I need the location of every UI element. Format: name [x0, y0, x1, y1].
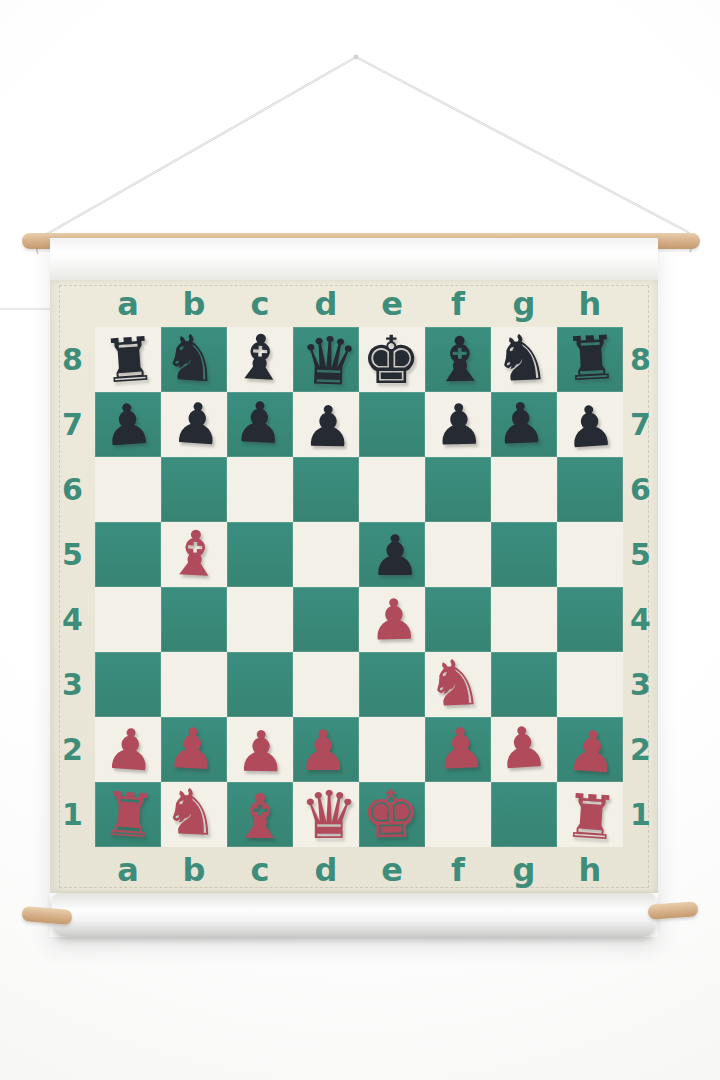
square-g3[interactable] [491, 652, 557, 717]
red-pawn-a2[interactable]: ♟ [95, 715, 165, 784]
square-c5[interactable] [227, 522, 293, 587]
file-label-bottom-h: h [557, 847, 623, 893]
black-knight-g8[interactable]: ♞ [488, 325, 556, 392]
square-h3[interactable] [557, 652, 623, 717]
file-label-top-d: d [293, 280, 359, 327]
red-pawn-c2[interactable]: ♟ [227, 718, 294, 784]
rank-label-right-4: 4 [623, 587, 658, 652]
red-pawn-e4[interactable]: ♟ [360, 586, 427, 652]
board-face: abcdefgh abcdefgh 87654321 87654321 ♜♞♝♛… [50, 280, 658, 893]
file-label-top-h: h [557, 280, 623, 327]
rank-label-right-3: 3 [623, 652, 658, 717]
file-label-bottom-g: g [491, 847, 557, 893]
square-g1[interactable] [491, 782, 557, 847]
black-pawn-c7[interactable]: ♟ [224, 388, 293, 456]
red-rook-h1[interactable]: ♜ [556, 782, 626, 851]
rank-label-right-7: 7 [623, 392, 658, 457]
square-a3[interactable] [95, 652, 161, 717]
red-bishop-b5[interactable]: ♝ [160, 519, 229, 587]
file-label-bottom-e: e [359, 847, 425, 893]
square-e6[interactable] [359, 457, 425, 522]
black-pawn-a7[interactable]: ♟ [93, 390, 163, 459]
square-c3[interactable] [227, 652, 293, 717]
red-pawn-g2[interactable]: ♟ [488, 713, 558, 782]
black-bishop-c8[interactable]: ♝ [225, 323, 294, 391]
rank-label-left-5: 5 [50, 522, 95, 587]
file-label-bottom-f: f [425, 847, 491, 893]
red-queen-d1[interactable]: ♛ [296, 783, 362, 848]
black-pawn-e5[interactable]: ♟ [362, 523, 428, 588]
red-pawn-b2[interactable]: ♟ [157, 714, 226, 782]
square-e3[interactable] [359, 652, 425, 717]
file-label-top-g: g [491, 280, 557, 327]
square-c4[interactable] [227, 587, 293, 652]
square-g6[interactable] [491, 457, 557, 522]
rank-label-left-1: 1 [50, 782, 95, 847]
square-h4[interactable] [557, 587, 623, 652]
square-b3[interactable] [161, 652, 227, 717]
square-e2[interactable] [359, 717, 425, 782]
black-pawn-f7[interactable]: ♟ [425, 391, 492, 457]
bottom-dowel-left-tip [21, 906, 72, 925]
red-pawn-h2[interactable]: ♟ [557, 717, 627, 786]
rank-label-right-6: 6 [623, 457, 658, 522]
square-g4[interactable] [491, 587, 557, 652]
black-pawn-d7[interactable]: ♟ [294, 393, 361, 459]
red-knight-f3[interactable]: ♞ [421, 650, 489, 717]
rank-label-right-5: 5 [623, 522, 658, 587]
demo-board-banner: abcdefgh abcdefgh 87654321 87654321 ♜♞♝♛… [50, 238, 658, 937]
black-knight-b8[interactable]: ♞ [156, 324, 226, 393]
rank-label-right-8: 8 [623, 327, 658, 392]
banner-top-sleeve [50, 238, 658, 281]
wall-seam-line [0, 308, 52, 310]
file-label-bottom-c: c [227, 847, 293, 893]
file-label-bottom-a: a [95, 847, 161, 893]
square-f6[interactable] [425, 457, 491, 522]
file-label-bottom-d: d [293, 847, 359, 893]
file-label-top-f: f [425, 280, 491, 327]
red-pawn-d2[interactable]: ♟ [290, 718, 356, 783]
square-a4[interactable] [95, 587, 161, 652]
wall-background: abcdefgh abcdefgh 87654321 87654321 ♜♞♝♛… [0, 0, 720, 1080]
square-h5[interactable] [557, 522, 623, 587]
file-labels-bottom: abcdefgh [95, 847, 623, 893]
square-d6[interactable] [293, 457, 359, 522]
red-pawn-f2[interactable]: ♟ [427, 715, 495, 782]
rank-labels-right: 87654321 [623, 327, 658, 847]
square-d3[interactable] [293, 652, 359, 717]
rank-label-left-2: 2 [50, 717, 95, 782]
rank-label-left-6: 6 [50, 457, 95, 522]
square-b6[interactable] [161, 457, 227, 522]
red-bishop-c1[interactable]: ♝ [226, 783, 293, 849]
bottom-dowel-right-tip [648, 901, 699, 919]
black-rook-h8[interactable]: ♜ [556, 323, 625, 391]
square-h6[interactable] [557, 457, 623, 522]
black-bishop-f8[interactable]: ♝ [426, 326, 493, 392]
red-king-e1[interactable]: ♚ [357, 781, 424, 847]
rank-label-left-4: 4 [50, 587, 95, 652]
square-a5[interactable] [95, 522, 161, 587]
banner-bottom-roll [52, 893, 656, 937]
black-king-e8[interactable]: ♚ [358, 328, 424, 393]
square-a6[interactable] [95, 457, 161, 522]
red-rook-a1[interactable]: ♜ [94, 780, 164, 849]
square-f5[interactable] [425, 522, 491, 587]
black-pawn-h7[interactable]: ♟ [555, 392, 625, 461]
square-d4[interactable] [293, 587, 359, 652]
black-rook-a8[interactable]: ♜ [94, 325, 164, 394]
rank-label-left-7: 7 [50, 392, 95, 457]
file-label-bottom-b: b [161, 847, 227, 893]
rank-label-right-2: 2 [623, 717, 658, 782]
rank-label-left-8: 8 [50, 327, 95, 392]
black-pawn-b7[interactable]: ♟ [162, 389, 232, 458]
rank-label-left-3: 3 [50, 652, 95, 717]
black-queen-d8[interactable]: ♛ [295, 328, 363, 395]
square-c6[interactable] [227, 457, 293, 522]
square-g5[interactable] [491, 522, 557, 587]
file-label-top-e: e [359, 280, 425, 327]
file-label-top-a: a [95, 280, 161, 327]
square-e7[interactable] [359, 392, 425, 457]
square-b4[interactable] [161, 587, 227, 652]
square-d5[interactable] [293, 522, 359, 587]
red-knight-b1[interactable]: ♞ [157, 779, 225, 846]
square-f4[interactable] [425, 587, 491, 652]
square-f1[interactable] [425, 782, 491, 847]
black-pawn-g7[interactable]: ♟ [487, 390, 555, 457]
rank-label-right-1: 1 [623, 782, 658, 847]
rank-labels-left: 87654321 [50, 327, 95, 847]
